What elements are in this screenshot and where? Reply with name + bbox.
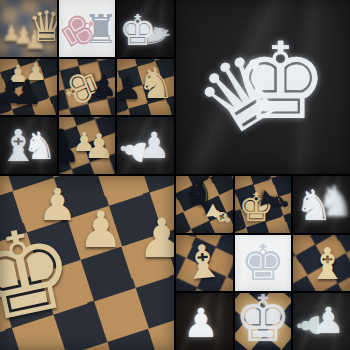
clear-glass-pawn-glyph: ♟ <box>138 129 170 165</box>
photo-blurred-pawns-and-queen: ♟♟♟♛ <box>0 0 57 57</box>
photo-pink-king-vs-white-rook: ♚♜ <box>59 0 116 57</box>
white-rook-glyph: ♜ <box>83 9 116 49</box>
frosted-pawn-glyph: ♟ <box>183 303 219 343</box>
photo-glass-king-with-fallen-piece: ♚♞ <box>117 0 174 57</box>
photo-toppled-king-with-pawns: ♚♟♟♟ <box>0 176 174 350</box>
white-bishop-glyph: ♝ <box>308 242 347 286</box>
clear-glass-king-glyph: ♚ <box>241 238 286 288</box>
photo-white-bishop-dark-board: ♝ <box>293 235 350 292</box>
white-queen-glyph: ♛ <box>28 6 57 48</box>
white-pawn-glyph: ♟ <box>78 204 123 254</box>
white-pawn-glyph: ♟ <box>38 183 77 227</box>
photo-fallen-white-king-black-pawn: ♚♟ <box>59 59 116 116</box>
glass-king-closeup-glyph: ♚ <box>235 293 292 350</box>
photo-frosted-pawn-dark: ♟ <box>176 293 233 350</box>
photo-glass-bishop-frosted-knight: ♝♞ <box>0 117 57 174</box>
photo-fallen-frosted-pawn-pair: ♟♟ <box>117 117 174 174</box>
photo-two-frosted-knights: ♞♞ <box>293 176 350 233</box>
frosted-knight-glyph: ♞ <box>23 127 57 165</box>
photo-black-and-white-pawns: ♟♟♟♟ <box>0 59 57 116</box>
photo-fallen-glass-knight-and-pawn: ♟♟ <box>293 293 350 350</box>
white-knight-glyph: ♞ <box>137 63 174 105</box>
photo-frosted-king-and-queen-marble: ♛♚ <box>176 0 350 174</box>
black-pawn-glyph: ♟ <box>91 70 116 100</box>
photo-clear-glass-king-studio: ♚ <box>235 235 292 292</box>
photo-white-knight-black-pawn: ♟♞ <box>117 59 174 116</box>
frosted-king-glyph: ♚ <box>233 29 328 135</box>
photo-two-white-pawns-black-piece: ♟♟♟ <box>59 117 116 174</box>
fallen-glass-knight-glyph: ♞ <box>143 22 173 49</box>
photo-black-knight-fallen-white-bishop: ♞♝ <box>176 176 233 233</box>
white-pawn-glyph: ♟ <box>138 212 174 266</box>
photo-white-bishop-on-board: ♝ <box>176 235 233 292</box>
white-pawn-glyph: ♟ <box>84 130 114 164</box>
black-pawn-glyph: ♟ <box>12 75 42 109</box>
white-bishop-glyph: ♝ <box>181 237 226 286</box>
frosted-knight-blurred-glyph: ♞ <box>316 181 350 223</box>
photo-white-king-fallen-black-bishop: ♚♝ <box>235 176 292 233</box>
standing-glass-pawn-glyph: ♟ <box>312 304 344 340</box>
photo-glass-king-closeup-board: ♚ <box>235 293 292 350</box>
chess-photo-collage: ♟♟♟♛♚♜♚♞♛♚♟♟♟♟♚♟♟♞♝♞♟♟♟♟♟♚♟♟♟♞♝♚♝♞♞♝♚♝♟♚… <box>0 0 350 350</box>
